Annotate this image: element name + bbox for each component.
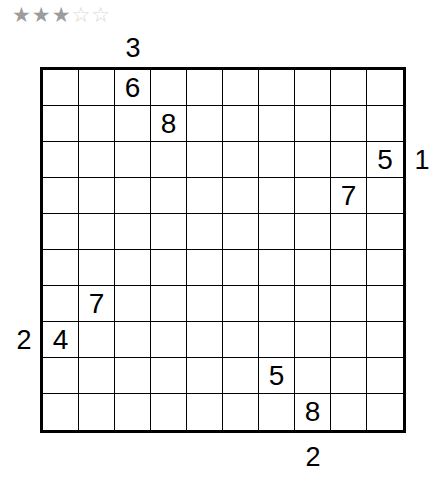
cell-r3c6[interactable] (223, 142, 259, 178)
cell-r5c1[interactable] (43, 214, 79, 250)
cell-r5c7[interactable] (259, 214, 295, 250)
cell-r9c4[interactable] (151, 358, 187, 394)
cell-r10c4[interactable] (151, 394, 187, 430)
star-filled-icons: ★★★ (12, 3, 71, 26)
cell-r8c3[interactable] (115, 322, 151, 358)
cell-r6c9[interactable] (331, 250, 367, 286)
cell-r1c8[interactable] (295, 70, 331, 106)
cell-r4c6[interactable] (223, 178, 259, 214)
cell-r3c1[interactable] (43, 142, 79, 178)
cell-r2c4-given-clue: 8 (151, 106, 187, 142)
cell-r3c10-given-clue: 5 (367, 142, 403, 178)
outside-clue-top-col3: 3 (125, 35, 140, 62)
cell-r8c1-given-clue: 4 (43, 322, 79, 358)
cell-r7c4[interactable] (151, 286, 187, 322)
cell-r6c5[interactable] (187, 250, 223, 286)
cell-r3c2[interactable] (79, 142, 115, 178)
cell-r1c5[interactable] (187, 70, 223, 106)
cell-r1c6[interactable] (223, 70, 259, 106)
cell-r4c4[interactable] (151, 178, 187, 214)
cell-r7c9[interactable] (331, 286, 367, 322)
cell-r8c8[interactable] (295, 322, 331, 358)
cell-r5c4[interactable] (151, 214, 187, 250)
cell-r8c2[interactable] (79, 322, 115, 358)
cell-r2c8[interactable] (295, 106, 331, 142)
cell-r7c8[interactable] (295, 286, 331, 322)
cell-r9c3[interactable] (115, 358, 151, 394)
cell-r4c3[interactable] (115, 178, 151, 214)
cell-r10c10[interactable] (367, 394, 403, 430)
cell-r2c2[interactable] (79, 106, 115, 142)
cell-r1c10[interactable] (367, 70, 403, 106)
cell-r4c8[interactable] (295, 178, 331, 214)
cell-r5c8[interactable] (295, 214, 331, 250)
cell-r1c4[interactable] (151, 70, 187, 106)
cell-r8c9[interactable] (331, 322, 367, 358)
cell-r10c7[interactable] (259, 394, 295, 430)
cell-r9c1[interactable] (43, 358, 79, 394)
cell-r6c7[interactable] (259, 250, 295, 286)
cell-r7c10[interactable] (367, 286, 403, 322)
cell-r5c10[interactable] (367, 214, 403, 250)
cell-r2c7[interactable] (259, 106, 295, 142)
outside-clue-left-row8: 2 (16, 327, 31, 354)
cell-r6c4[interactable] (151, 250, 187, 286)
cell-r7c6[interactable] (223, 286, 259, 322)
cell-r1c3-given-clue: 6 (115, 70, 151, 106)
cell-r5c5[interactable] (187, 214, 223, 250)
cell-r2c3[interactable] (115, 106, 151, 142)
cell-r9c5[interactable] (187, 358, 223, 394)
cell-r4c10[interactable] (367, 178, 403, 214)
cell-r8c4[interactable] (151, 322, 187, 358)
cell-r6c10[interactable] (367, 250, 403, 286)
cell-r10c6[interactable] (223, 394, 259, 430)
star-empty-icons: ☆☆ (71, 3, 111, 26)
cell-r4c5[interactable] (187, 178, 223, 214)
cell-r8c10[interactable] (367, 322, 403, 358)
cell-r5c9[interactable] (331, 214, 367, 250)
cell-r4c9-given-clue: 7 (331, 178, 367, 214)
cell-r2c5[interactable] (187, 106, 223, 142)
cell-r3c9[interactable] (331, 142, 367, 178)
cell-r8c5[interactable] (187, 322, 223, 358)
cell-r2c10[interactable] (367, 106, 403, 142)
cell-r5c3[interactable] (115, 214, 151, 250)
cell-r3c4[interactable] (151, 142, 187, 178)
cell-r1c9[interactable] (331, 70, 367, 106)
cell-r10c3[interactable] (115, 394, 151, 430)
cell-r10c9[interactable] (331, 394, 367, 430)
cell-r2c9[interactable] (331, 106, 367, 142)
cell-r7c2-given-clue: 7 (79, 286, 115, 322)
cell-r6c2[interactable] (79, 250, 115, 286)
cell-r7c5[interactable] (187, 286, 223, 322)
cell-r6c6[interactable] (223, 250, 259, 286)
cell-r6c3[interactable] (115, 250, 151, 286)
cell-r2c1[interactable] (43, 106, 79, 142)
cell-r8c7[interactable] (259, 322, 295, 358)
cell-r1c2[interactable] (79, 70, 115, 106)
cell-r3c7[interactable] (259, 142, 295, 178)
cell-r9c9[interactable] (331, 358, 367, 394)
cell-r4c7[interactable] (259, 178, 295, 214)
outside-clue-bottom-col8: 2 (305, 444, 320, 471)
cell-r3c3[interactable] (115, 142, 151, 178)
cell-r3c5[interactable] (187, 142, 223, 178)
cell-r7c1[interactable] (43, 286, 79, 322)
cell-r4c2[interactable] (79, 178, 115, 214)
puzzle-grid: 68577458 (40, 67, 406, 433)
cell-r7c3[interactable] (115, 286, 151, 322)
cell-r1c1[interactable] (43, 70, 79, 106)
difficulty-rating: ★★★☆☆ (12, 2, 111, 28)
cell-r5c2[interactable] (79, 214, 115, 250)
cell-r1c7[interactable] (259, 70, 295, 106)
cell-r9c10[interactable] (367, 358, 403, 394)
outside-clue-right-row3: 1 (414, 147, 429, 174)
cell-r3c8[interactable] (295, 142, 331, 178)
cell-r10c2[interactable] (79, 394, 115, 430)
cell-r6c1[interactable] (43, 250, 79, 286)
cell-r10c5[interactable] (187, 394, 223, 430)
cell-r9c8[interactable] (295, 358, 331, 394)
cell-r9c2[interactable] (79, 358, 115, 394)
cell-r8c6[interactable] (223, 322, 259, 358)
cell-r9c6[interactable] (223, 358, 259, 394)
cell-r2c6[interactable] (223, 106, 259, 142)
cell-r4c1[interactable] (43, 178, 79, 214)
cell-r5c6[interactable] (223, 214, 259, 250)
cell-r9c7-given-clue: 5 (259, 358, 295, 394)
cell-r10c8-given-clue: 8 (295, 394, 331, 430)
cell-r7c7[interactable] (259, 286, 295, 322)
cell-r10c1[interactable] (43, 394, 79, 430)
cell-r6c8[interactable] (295, 250, 331, 286)
